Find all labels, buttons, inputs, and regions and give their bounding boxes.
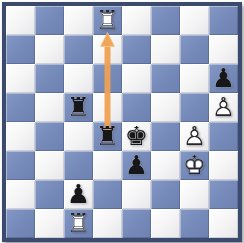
square-d1[interactable] <box>93 209 122 238</box>
square-d3[interactable] <box>93 151 122 180</box>
square-c8[interactable] <box>64 6 93 35</box>
square-g4[interactable]: ♟♙ <box>180 122 209 151</box>
square-a7[interactable] <box>6 35 35 64</box>
piece-black-king-e4[interactable]: ♚ <box>122 122 151 151</box>
square-a4[interactable] <box>6 122 35 151</box>
piece-black-rook-c5[interactable]: ♜ <box>64 93 93 122</box>
square-b2[interactable] <box>35 180 64 209</box>
square-c4[interactable] <box>64 122 93 151</box>
square-f2[interactable] <box>151 180 180 209</box>
square-f8[interactable] <box>151 6 180 35</box>
square-h8[interactable] <box>209 6 238 35</box>
square-h5[interactable]: ♟♙ <box>209 93 238 122</box>
square-a2[interactable] <box>6 180 35 209</box>
square-g3[interactable]: ♚♔ <box>180 151 209 180</box>
square-d8[interactable]: ♜♖ <box>93 6 122 35</box>
square-b4[interactable] <box>35 122 64 151</box>
piece-white-rook-d8[interactable]: ♜♖ <box>93 6 122 35</box>
square-b6[interactable] <box>35 64 64 93</box>
piece-black-pawn-h6[interactable]: ♟ <box>209 64 238 93</box>
piece-white-pawn-h5[interactable]: ♟♙ <box>209 93 238 122</box>
square-h3[interactable] <box>209 151 238 180</box>
square-b8[interactable] <box>35 6 64 35</box>
square-c1[interactable]: ♜♖ <box>64 209 93 238</box>
square-d4[interactable]: ♜ <box>93 122 122 151</box>
pawn-glyph-fill: ♟ <box>122 151 151 180</box>
square-c2[interactable]: ♟ <box>64 180 93 209</box>
pawn-glyph-fill: ♟ <box>209 64 238 93</box>
piece-white-king-g3[interactable]: ♚♔ <box>180 151 209 180</box>
king-glyph-fill: ♚ <box>122 122 151 151</box>
square-d5[interactable] <box>93 93 122 122</box>
square-b7[interactable] <box>35 35 64 64</box>
square-g8[interactable] <box>180 6 209 35</box>
chess-diagram: ♜♖♟♜♟♙♜♚♟♙♟♚♔♟♜♖ <box>0 0 244 243</box>
rook-glyph-fill: ♜ <box>64 93 93 122</box>
piece-black-pawn-e3[interactable]: ♟ <box>122 151 151 180</box>
square-b5[interactable] <box>35 93 64 122</box>
square-h7[interactable] <box>209 35 238 64</box>
square-g1[interactable] <box>180 209 209 238</box>
rook-glyph-outline: ♖ <box>64 209 93 238</box>
king-glyph-outline: ♔ <box>180 151 209 180</box>
pawn-glyph-outline: ♙ <box>180 122 209 151</box>
chessboard[interactable]: ♜♖♟♜♟♙♜♚♟♙♟♚♔♟♜♖ <box>6 6 238 238</box>
piece-black-pawn-c2[interactable]: ♟ <box>64 180 93 209</box>
square-g7[interactable] <box>180 35 209 64</box>
square-f1[interactable] <box>151 209 180 238</box>
square-a8[interactable] <box>6 6 35 35</box>
square-a6[interactable] <box>6 64 35 93</box>
square-e6[interactable] <box>122 64 151 93</box>
square-e7[interactable] <box>122 35 151 64</box>
square-f4[interactable] <box>151 122 180 151</box>
pawn-glyph-outline: ♙ <box>209 93 238 122</box>
square-d6[interactable] <box>93 64 122 93</box>
square-f5[interactable] <box>151 93 180 122</box>
piece-white-rook-c1[interactable]: ♜♖ <box>64 209 93 238</box>
square-c3[interactable] <box>64 151 93 180</box>
square-g2[interactable] <box>180 180 209 209</box>
square-e5[interactable] <box>122 93 151 122</box>
square-f6[interactable] <box>151 64 180 93</box>
square-e8[interactable] <box>122 6 151 35</box>
square-h1[interactable] <box>209 209 238 238</box>
square-h2[interactable] <box>209 180 238 209</box>
square-e4[interactable]: ♚ <box>122 122 151 151</box>
rook-glyph-fill: ♜ <box>93 122 122 151</box>
piece-white-pawn-g4[interactable]: ♟♙ <box>180 122 209 151</box>
square-g5[interactable] <box>180 93 209 122</box>
square-f3[interactable] <box>151 151 180 180</box>
square-h6[interactable]: ♟ <box>209 64 238 93</box>
square-a5[interactable] <box>6 93 35 122</box>
square-c5[interactable]: ♜ <box>64 93 93 122</box>
square-d7[interactable] <box>93 35 122 64</box>
square-f7[interactable] <box>151 35 180 64</box>
square-b3[interactable] <box>35 151 64 180</box>
rook-glyph-outline: ♖ <box>93 6 122 35</box>
square-e3[interactable]: ♟ <box>122 151 151 180</box>
board-frame: ♜♖♟♜♟♙♜♚♟♙♟♚♔♟♜♖ <box>2 2 242 242</box>
square-c7[interactable] <box>64 35 93 64</box>
piece-black-rook-d4[interactable]: ♜ <box>93 122 122 151</box>
square-e1[interactable] <box>122 209 151 238</box>
square-a3[interactable] <box>6 151 35 180</box>
square-d2[interactable] <box>93 180 122 209</box>
square-e2[interactable] <box>122 180 151 209</box>
square-g6[interactable] <box>180 64 209 93</box>
square-h4[interactable] <box>209 122 238 151</box>
pawn-glyph-fill: ♟ <box>64 180 93 209</box>
square-b1[interactable] <box>35 209 64 238</box>
square-c6[interactable] <box>64 64 93 93</box>
square-a1[interactable] <box>6 209 35 238</box>
